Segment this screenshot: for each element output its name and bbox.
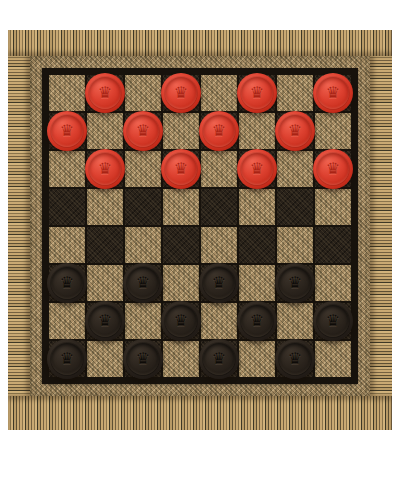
piece-ring: ♛ — [51, 115, 83, 147]
black-checker-piece[interactable]: ♛ — [313, 301, 353, 341]
crown-emboss-icon: ♛ — [212, 351, 226, 367]
crown-emboss-icon: ♛ — [288, 275, 302, 291]
piece-ring: ♛ — [51, 267, 83, 299]
piece-ring: ♛ — [241, 153, 273, 185]
dark-square[interactable]: ♛ — [125, 113, 161, 149]
piece-ring: ♛ — [241, 305, 273, 337]
dark-square[interactable] — [163, 227, 199, 263]
black-checker-piece[interactable]: ♛ — [275, 263, 315, 303]
piece-ring: ♛ — [127, 343, 159, 375]
light-square — [239, 265, 275, 301]
red-checker-piece[interactable]: ♛ — [313, 73, 353, 113]
light-square — [87, 189, 123, 225]
light-square — [125, 75, 161, 111]
light-square — [87, 341, 123, 377]
dark-square[interactable] — [201, 189, 237, 225]
piece-ring: ♛ — [165, 153, 197, 185]
crown-emboss-icon: ♛ — [212, 275, 226, 291]
dark-square[interactable]: ♛ — [277, 113, 313, 149]
crown-emboss-icon: ♛ — [60, 123, 74, 139]
crown-emboss-icon: ♛ — [136, 275, 150, 291]
fringe-left — [8, 56, 30, 396]
red-checker-piece[interactable]: ♛ — [199, 111, 239, 151]
black-checker-piece[interactable]: ♛ — [123, 339, 163, 379]
red-checker-piece[interactable]: ♛ — [161, 149, 201, 189]
crown-emboss-icon: ♛ — [98, 313, 112, 329]
light-square — [315, 265, 351, 301]
light-square — [201, 151, 237, 187]
piece-ring: ♛ — [317, 305, 349, 337]
piece-ring: ♛ — [127, 115, 159, 147]
light-square — [49, 75, 85, 111]
light-square — [239, 189, 275, 225]
crown-emboss-icon: ♛ — [250, 85, 264, 101]
light-square — [125, 303, 161, 339]
piece-ring: ♛ — [89, 153, 121, 185]
red-checker-piece[interactable]: ♛ — [237, 149, 277, 189]
light-square — [87, 113, 123, 149]
black-checker-piece[interactable]: ♛ — [85, 301, 125, 341]
dark-square[interactable]: ♛ — [277, 341, 313, 377]
dark-square[interactable]: ♛ — [201, 265, 237, 301]
light-square — [239, 113, 275, 149]
red-checker-piece[interactable]: ♛ — [313, 149, 353, 189]
dark-square[interactable] — [239, 227, 275, 263]
light-square — [163, 265, 199, 301]
crown-emboss-icon: ♛ — [98, 161, 112, 177]
red-checker-piece[interactable]: ♛ — [275, 111, 315, 151]
black-checker-piece[interactable]: ♛ — [161, 301, 201, 341]
light-square — [163, 341, 199, 377]
light-square — [201, 227, 237, 263]
dark-square[interactable]: ♛ — [315, 151, 351, 187]
piece-ring: ♛ — [165, 305, 197, 337]
crown-emboss-icon: ♛ — [250, 161, 264, 177]
dark-square[interactable]: ♛ — [239, 151, 275, 187]
rug-board-mat: ♛♛♛♛♛♛♛♛♛♛♛♛♛♛♛♛♛♛♛♛♛♛♛♛ — [8, 30, 392, 430]
dark-square[interactable]: ♛ — [125, 265, 161, 301]
black-checker-piece[interactable]: ♛ — [47, 263, 87, 303]
dark-square[interactable]: ♛ — [239, 303, 275, 339]
board-frame: ♛♛♛♛♛♛♛♛♛♛♛♛♛♛♛♛♛♛♛♛♛♛♛♛ — [42, 68, 358, 384]
light-square — [277, 151, 313, 187]
crown-emboss-icon: ♛ — [212, 123, 226, 139]
rug-border-band: ♛♛♛♛♛♛♛♛♛♛♛♛♛♛♛♛♛♛♛♛♛♛♛♛ — [30, 56, 370, 396]
crown-emboss-icon: ♛ — [326, 313, 340, 329]
dark-square[interactable] — [125, 189, 161, 225]
piece-ring: ♛ — [317, 77, 349, 109]
light-square — [201, 303, 237, 339]
piece-ring: ♛ — [203, 267, 235, 299]
dark-square[interactable]: ♛ — [163, 303, 199, 339]
piece-ring: ♛ — [279, 267, 311, 299]
dark-square[interactable]: ♛ — [315, 303, 351, 339]
piece-ring: ♛ — [89, 305, 121, 337]
crown-emboss-icon: ♛ — [60, 275, 74, 291]
crown-emboss-icon: ♛ — [136, 351, 150, 367]
dark-square[interactable] — [315, 227, 351, 263]
crown-emboss-icon: ♛ — [288, 351, 302, 367]
crown-emboss-icon: ♛ — [174, 85, 188, 101]
light-square — [315, 341, 351, 377]
dark-square[interactable]: ♛ — [239, 75, 275, 111]
dark-square[interactable]: ♛ — [87, 151, 123, 187]
red-checker-piece[interactable]: ♛ — [123, 111, 163, 151]
dark-square[interactable] — [277, 189, 313, 225]
dark-square[interactable]: ♛ — [201, 341, 237, 377]
dark-square[interactable]: ♛ — [87, 303, 123, 339]
checkers-board: ♛♛♛♛♛♛♛♛♛♛♛♛♛♛♛♛♛♛♛♛♛♛♛♛ — [49, 75, 351, 377]
dark-square[interactable]: ♛ — [163, 75, 199, 111]
light-square — [163, 189, 199, 225]
piece-ring: ♛ — [279, 343, 311, 375]
light-square — [49, 303, 85, 339]
crown-emboss-icon: ♛ — [250, 313, 264, 329]
dark-square[interactable]: ♛ — [87, 75, 123, 111]
light-square — [239, 341, 275, 377]
red-checker-piece[interactable]: ♛ — [237, 73, 277, 113]
piece-ring: ♛ — [89, 77, 121, 109]
dark-square[interactable]: ♛ — [49, 113, 85, 149]
piece-ring: ♛ — [279, 115, 311, 147]
piece-ring: ♛ — [127, 267, 159, 299]
fringe-top — [8, 30, 392, 56]
crown-emboss-icon: ♛ — [174, 313, 188, 329]
piece-ring: ♛ — [241, 77, 273, 109]
crown-emboss-icon: ♛ — [60, 351, 74, 367]
black-checker-piece[interactable]: ♛ — [199, 263, 239, 303]
piece-ring: ♛ — [317, 153, 349, 185]
light-square — [49, 151, 85, 187]
light-square — [315, 113, 351, 149]
dark-square[interactable]: ♛ — [125, 341, 161, 377]
fringe-bottom — [8, 396, 392, 430]
light-square — [315, 189, 351, 225]
crown-emboss-icon: ♛ — [326, 85, 340, 101]
dark-square[interactable]: ♛ — [201, 113, 237, 149]
light-square — [163, 113, 199, 149]
light-square — [277, 227, 313, 263]
crown-emboss-icon: ♛ — [174, 161, 188, 177]
crown-emboss-icon: ♛ — [288, 123, 302, 139]
black-checker-piece[interactable]: ♛ — [199, 339, 239, 379]
crown-emboss-icon: ♛ — [98, 85, 112, 101]
red-checker-piece[interactable]: ♛ — [47, 111, 87, 151]
red-checker-piece[interactable]: ♛ — [85, 149, 125, 189]
red-checker-piece[interactable]: ♛ — [85, 73, 125, 113]
light-square — [125, 227, 161, 263]
dark-square[interactable]: ♛ — [49, 265, 85, 301]
fringe-right — [370, 56, 392, 396]
crown-emboss-icon: ♛ — [326, 161, 340, 177]
dark-square[interactable] — [87, 227, 123, 263]
dark-square[interactable]: ♛ — [277, 265, 313, 301]
dark-square[interactable] — [49, 189, 85, 225]
light-square — [87, 265, 123, 301]
crown-emboss-icon: ♛ — [136, 123, 150, 139]
light-square — [49, 227, 85, 263]
light-square — [277, 75, 313, 111]
black-checker-piece[interactable]: ♛ — [275, 339, 315, 379]
black-checker-piece[interactable]: ♛ — [123, 263, 163, 303]
red-checker-piece[interactable]: ♛ — [161, 73, 201, 113]
light-square — [201, 75, 237, 111]
dark-square[interactable]: ♛ — [163, 151, 199, 187]
piece-ring: ♛ — [203, 115, 235, 147]
piece-ring: ♛ — [51, 343, 83, 375]
piece-ring: ♛ — [165, 77, 197, 109]
piece-ring: ♛ — [203, 343, 235, 375]
black-checker-piece[interactable]: ♛ — [237, 301, 277, 341]
black-checker-piece[interactable]: ♛ — [47, 339, 87, 379]
dark-square[interactable]: ♛ — [49, 341, 85, 377]
dark-square[interactable]: ♛ — [315, 75, 351, 111]
light-square — [125, 151, 161, 187]
light-square — [277, 303, 313, 339]
